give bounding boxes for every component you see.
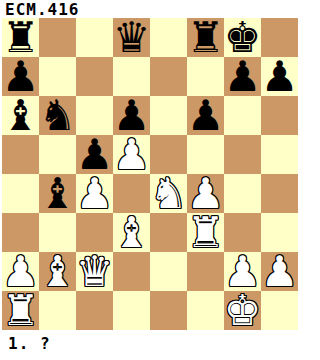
piece-white-knight: ♞ (150, 174, 188, 213)
square-d1[interactable] (113, 291, 150, 330)
square-e8[interactable] (150, 18, 187, 57)
piece-black-pawn: ♟ (2, 57, 40, 96)
square-e6[interactable] (150, 96, 187, 135)
piece-black-knight: ♞ (39, 96, 77, 135)
square-f7[interactable] (187, 57, 224, 96)
square-b5[interactable] (39, 135, 76, 174)
square-b4[interactable]: ♝ (39, 174, 76, 213)
square-c3[interactable] (76, 213, 113, 252)
square-f1[interactable] (187, 291, 224, 330)
square-d6[interactable]: ♟ (113, 96, 150, 135)
chess-board: ♜♛♜♚♟♟♟♝♞♟♟♟♟♝♟♞♟♝♜♟♝♛♟♟♜♚ (2, 18, 298, 330)
piece-white-pawn: ♟ (224, 252, 262, 291)
square-f3[interactable]: ♜ (187, 213, 224, 252)
piece-black-king: ♚ (224, 18, 262, 57)
move-prompt: 1. ? (8, 334, 51, 353)
square-g5[interactable] (224, 135, 261, 174)
piece-black-rook: ♜ (187, 18, 225, 57)
square-g6[interactable] (224, 96, 261, 135)
square-h2[interactable]: ♟ (261, 252, 298, 291)
square-a7[interactable]: ♟ (2, 57, 39, 96)
piece-white-rook: ♜ (2, 291, 40, 330)
square-c5[interactable]: ♟ (76, 135, 113, 174)
square-d7[interactable] (113, 57, 150, 96)
piece-black-pawn: ♟ (261, 57, 299, 96)
square-g7[interactable]: ♟ (224, 57, 261, 96)
piece-black-pawn: ♟ (76, 135, 114, 174)
square-f4[interactable]: ♟ (187, 174, 224, 213)
square-h6[interactable] (261, 96, 298, 135)
square-a6[interactable]: ♝ (2, 96, 39, 135)
square-f2[interactable] (187, 252, 224, 291)
square-d5[interactable]: ♟ (113, 135, 150, 174)
square-c1[interactable] (76, 291, 113, 330)
square-d2[interactable] (113, 252, 150, 291)
square-d3[interactable]: ♝ (113, 213, 150, 252)
square-g8[interactable]: ♚ (224, 18, 261, 57)
square-h5[interactable] (261, 135, 298, 174)
square-g4[interactable] (224, 174, 261, 213)
square-h3[interactable] (261, 213, 298, 252)
square-f6[interactable]: ♟ (187, 96, 224, 135)
square-d8[interactable]: ♛ (113, 18, 150, 57)
square-b1[interactable] (39, 291, 76, 330)
square-f5[interactable] (187, 135, 224, 174)
piece-white-bishop: ♝ (113, 213, 151, 252)
square-h8[interactable] (261, 18, 298, 57)
piece-white-bishop: ♝ (39, 252, 77, 291)
piece-black-rook: ♜ (2, 18, 40, 57)
square-b7[interactable] (39, 57, 76, 96)
square-b3[interactable] (39, 213, 76, 252)
square-g1[interactable]: ♚ (224, 291, 261, 330)
piece-white-pawn: ♟ (2, 252, 40, 291)
square-b2[interactable]: ♝ (39, 252, 76, 291)
square-b8[interactable] (39, 18, 76, 57)
piece-black-bishop: ♝ (39, 174, 77, 213)
square-e1[interactable] (150, 291, 187, 330)
square-f8[interactable]: ♜ (187, 18, 224, 57)
square-c7[interactable] (76, 57, 113, 96)
square-a3[interactable] (2, 213, 39, 252)
square-a1[interactable]: ♜ (2, 291, 39, 330)
square-e5[interactable] (150, 135, 187, 174)
piece-black-pawn: ♟ (113, 96, 151, 135)
square-c6[interactable] (76, 96, 113, 135)
square-h4[interactable] (261, 174, 298, 213)
piece-white-king: ♚ (224, 291, 262, 330)
square-d4[interactable] (113, 174, 150, 213)
piece-white-pawn: ♟ (187, 174, 225, 213)
square-e2[interactable] (150, 252, 187, 291)
square-h7[interactable]: ♟ (261, 57, 298, 96)
piece-white-pawn: ♟ (261, 252, 299, 291)
square-a2[interactable]: ♟ (2, 252, 39, 291)
piece-black-pawn: ♟ (224, 57, 262, 96)
square-b6[interactable]: ♞ (39, 96, 76, 135)
piece-black-pawn: ♟ (187, 96, 225, 135)
piece-white-pawn: ♟ (76, 174, 114, 213)
square-g2[interactable]: ♟ (224, 252, 261, 291)
square-e7[interactable] (150, 57, 187, 96)
square-a5[interactable] (2, 135, 39, 174)
square-h1[interactable] (261, 291, 298, 330)
square-e4[interactable]: ♞ (150, 174, 187, 213)
square-a8[interactable]: ♜ (2, 18, 39, 57)
piece-black-bishop: ♝ (2, 96, 40, 135)
piece-white-queen: ♛ (76, 252, 114, 291)
piece-white-pawn: ♟ (113, 135, 151, 174)
diagram-title: ECM.416 (5, 0, 79, 19)
square-a4[interactable] (2, 174, 39, 213)
square-e3[interactable] (150, 213, 187, 252)
square-c2[interactable]: ♛ (76, 252, 113, 291)
square-c4[interactable]: ♟ (76, 174, 113, 213)
square-c8[interactable] (76, 18, 113, 57)
square-g3[interactable] (224, 213, 261, 252)
piece-black-queen: ♛ (113, 18, 151, 57)
piece-white-rook: ♜ (187, 213, 225, 252)
